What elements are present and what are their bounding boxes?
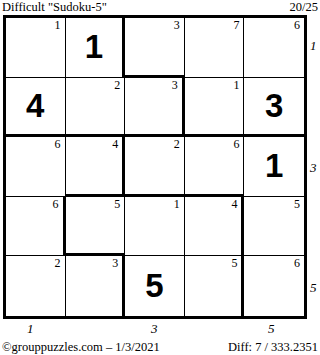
cell-r5c3[interactable]: 5	[125, 256, 185, 316]
col-label-3: 3	[151, 322, 158, 335]
difficulty: Diff: 7 / 333.2351	[228, 340, 318, 354]
cell-r3c2[interactable]: 4	[66, 137, 126, 197]
corner-clue: 2	[114, 79, 120, 92]
cell-r2c4[interactable]: 1	[185, 78, 245, 138]
cell-r4c1[interactable]: 6	[6, 197, 66, 257]
row-label-3: 3	[310, 161, 317, 174]
corner-clue: 6	[55, 138, 61, 151]
cell-r3c1[interactable]: 6	[6, 137, 66, 197]
cell-r3c5[interactable]: 1	[244, 137, 304, 197]
cell-r5c1[interactable]: 2	[6, 256, 66, 316]
given-digit: 1	[244, 137, 304, 196]
cell-r4c2[interactable]: 5	[66, 197, 126, 257]
board: 1137642313642616514523556	[3, 15, 307, 319]
row-label-5: 5	[310, 281, 317, 294]
cell-r4c3[interactable]: 1	[125, 197, 185, 257]
cell-r1c2[interactable]: 1	[66, 18, 126, 78]
corner-clue: 1	[55, 19, 61, 32]
cell-r3c3[interactable]: 2	[125, 137, 185, 197]
corner-clue: 6	[53, 198, 59, 211]
cell-r2c1[interactable]: 4	[6, 78, 66, 138]
col-label-5: 5	[268, 322, 275, 335]
given-digit: 3	[244, 78, 304, 135]
corner-clue: 4	[231, 198, 237, 211]
puzzle-index: 20/25	[290, 0, 318, 14]
given-digit: 5	[125, 256, 184, 316]
cell-r4c4[interactable]: 4	[185, 197, 245, 257]
corner-clue: 5	[231, 257, 237, 270]
cell-r1c1[interactable]: 1	[6, 18, 66, 78]
cell-r1c3[interactable]: 3	[125, 18, 185, 78]
cell-r2c3[interactable]: 3	[125, 78, 185, 138]
cell-r1c4[interactable]: 7	[185, 18, 245, 78]
corner-clue: 5	[114, 198, 120, 211]
corner-clue: 6	[294, 257, 300, 270]
corner-clue: 7	[233, 19, 239, 32]
corner-clue: 5	[294, 198, 300, 211]
corner-clue: 3	[172, 79, 178, 92]
cell-r2c5[interactable]: 3	[244, 78, 304, 138]
given-digit: 1	[66, 18, 123, 77]
cell-r4c5[interactable]: 5	[244, 197, 304, 257]
page-title: Difficult "Sudoku-5"	[2, 0, 107, 14]
corner-clue: 6	[294, 19, 300, 32]
copyright: ©grouppuzzles.com – 1/3/2021	[2, 340, 160, 354]
col-label-1: 1	[27, 322, 34, 335]
corner-clue: 3	[112, 257, 118, 270]
given-digit: 4	[6, 78, 65, 135]
corner-clue: 6	[233, 138, 239, 151]
cell-r5c5[interactable]: 6	[244, 256, 304, 316]
row-label-1: 1	[310, 39, 317, 52]
corner-clue: 2	[55, 257, 61, 270]
cell-r5c2[interactable]: 3	[66, 256, 126, 316]
cell-r2c2[interactable]: 2	[66, 78, 126, 138]
puzzle-page: Difficult "Sudoku-5" 20/25 1137642313642…	[0, 0, 320, 355]
cell-r3c4[interactable]: 6	[185, 137, 245, 197]
corner-clue: 1	[174, 198, 180, 211]
corner-clue: 2	[174, 138, 180, 151]
header: Difficult "Sudoku-5" 20/25	[2, 0, 318, 14]
corner-clue: 3	[174, 19, 180, 32]
corner-clue: 4	[112, 138, 118, 151]
footer: ©grouppuzzles.com – 1/3/2021 Diff: 7 / 3…	[2, 340, 318, 354]
corner-clue: 1	[233, 79, 239, 92]
cell-r5c4[interactable]: 5	[185, 256, 245, 316]
cell-r1c5[interactable]: 6	[244, 18, 304, 78]
